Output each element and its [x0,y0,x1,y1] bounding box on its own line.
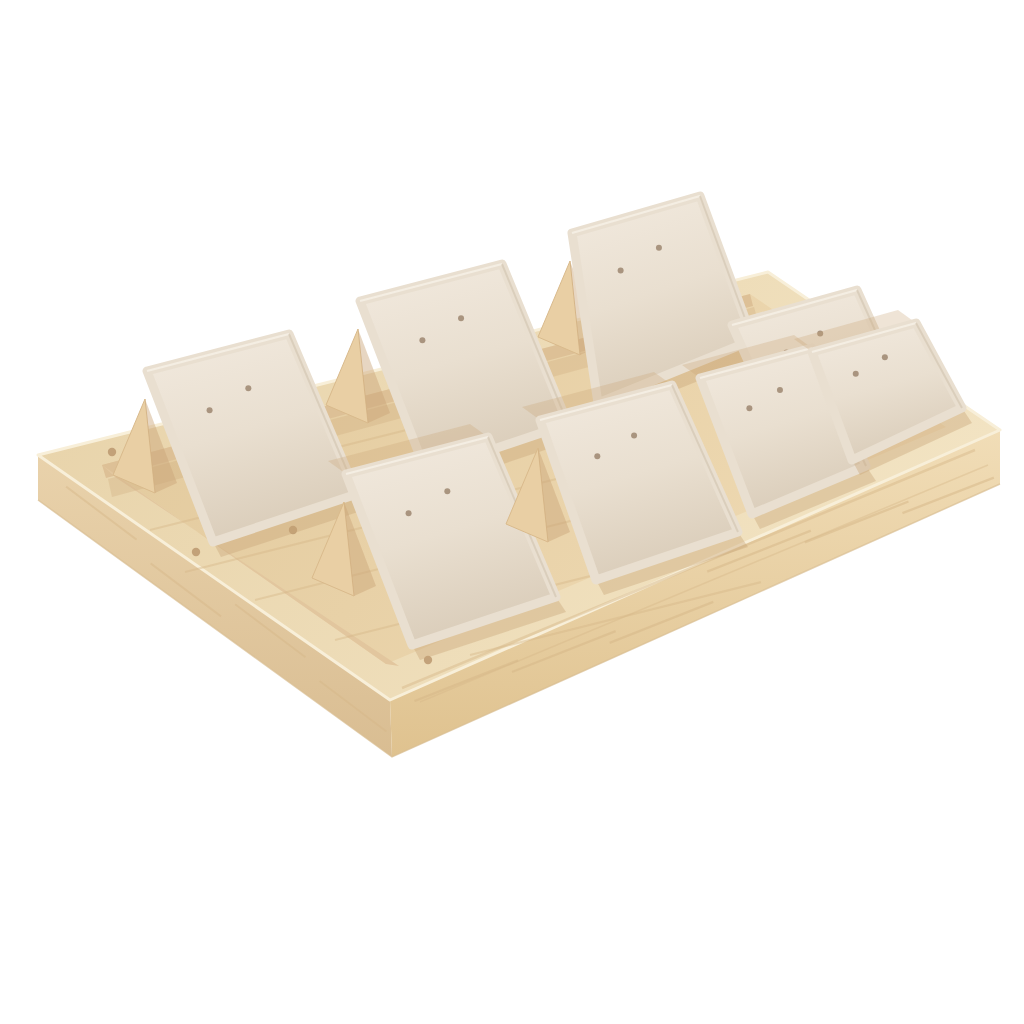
tray-floor-hole [192,548,200,556]
earring-post-hole [419,337,425,343]
earring-post-hole [746,405,752,411]
earring-post-hole [777,387,783,393]
earring-post-hole [406,510,412,516]
earring-post-hole [458,315,464,321]
earring-post-hole [618,268,624,274]
earring-post-hole [245,385,251,391]
earring-post-hole [444,488,450,494]
product-photo [0,0,1024,1024]
earring-post-hole [882,354,888,360]
earring-post-hole [207,407,213,413]
earring-display-tray-photo [0,0,1024,1024]
tray-floor-hole [108,448,116,456]
earring-post-hole [853,371,859,377]
earring-post-hole [631,433,637,439]
earring-post-hole [656,245,662,251]
earring-post-hole [594,453,600,459]
